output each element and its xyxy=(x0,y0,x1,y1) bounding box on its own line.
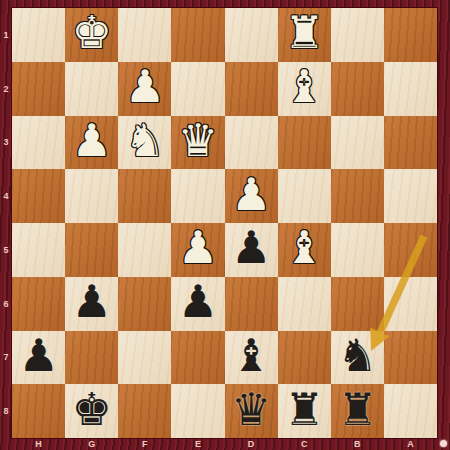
white-bishop-c5[interactable]: ♝ xyxy=(284,225,324,270)
square-h8[interactable] xyxy=(12,384,65,438)
black-rook-b8[interactable]: ♜ xyxy=(337,387,377,432)
square-a7[interactable] xyxy=(384,331,437,385)
file-label-e: E xyxy=(171,438,224,450)
square-b4[interactable] xyxy=(331,169,384,223)
square-b2[interactable] xyxy=(331,62,384,116)
white-pawn-g3[interactable]: ♟ xyxy=(72,118,112,163)
square-a1[interactable] xyxy=(384,8,437,62)
rank-label-7: 7 xyxy=(0,331,12,385)
square-c4[interactable] xyxy=(278,169,331,223)
square-d2[interactable] xyxy=(225,62,278,116)
square-a2[interactable] xyxy=(384,62,437,116)
black-pawn-g6[interactable]: ♟ xyxy=(72,279,112,324)
rank-label-6: 6 xyxy=(0,277,12,331)
file-label-g: G xyxy=(65,438,118,450)
square-h3[interactable] xyxy=(12,116,65,170)
black-queen-d8[interactable]: ♛ xyxy=(231,387,271,432)
square-a4[interactable] xyxy=(384,169,437,223)
rank-label-2: 2 xyxy=(0,62,12,116)
square-d8[interactable]: ♛ xyxy=(225,384,278,438)
square-b8[interactable]: ♜ xyxy=(331,384,384,438)
square-e3[interactable]: ♛ xyxy=(171,116,224,170)
square-c3[interactable] xyxy=(278,116,331,170)
square-d6[interactable] xyxy=(225,277,278,331)
file-label-a: A xyxy=(384,438,437,450)
square-b7[interactable]: ♞ xyxy=(331,331,384,385)
black-bishop-d7[interactable]: ♝ xyxy=(231,333,271,378)
square-g8[interactable]: ♚ xyxy=(65,384,118,438)
square-f8[interactable] xyxy=(118,384,171,438)
square-d3[interactable] xyxy=(225,116,278,170)
square-d4[interactable]: ♟ xyxy=(225,169,278,223)
square-a8[interactable] xyxy=(384,384,437,438)
white-bishop-c2[interactable]: ♝ xyxy=(284,64,324,109)
white-queen-e3[interactable]: ♛ xyxy=(178,118,218,163)
white-rook-c1[interactable]: ♜ xyxy=(284,10,324,55)
square-d5[interactable]: ♟ xyxy=(225,223,278,277)
square-e2[interactable] xyxy=(171,62,224,116)
square-f7[interactable] xyxy=(118,331,171,385)
square-c5[interactable]: ♝ xyxy=(278,223,331,277)
rank-label-5: 5 xyxy=(0,223,12,277)
rank-label-3: 3 xyxy=(0,116,12,170)
black-rook-c8[interactable]: ♜ xyxy=(284,387,324,432)
square-g5[interactable] xyxy=(65,223,118,277)
square-e1[interactable] xyxy=(171,8,224,62)
square-c8[interactable]: ♜ xyxy=(278,384,331,438)
square-b3[interactable] xyxy=(331,116,384,170)
square-g3[interactable]: ♟ xyxy=(65,116,118,170)
square-g6[interactable]: ♟ xyxy=(65,277,118,331)
square-c7[interactable] xyxy=(278,331,331,385)
black-pawn-d5[interactable]: ♟ xyxy=(231,225,271,270)
square-b6[interactable] xyxy=(331,277,384,331)
square-b5[interactable] xyxy=(331,223,384,277)
square-f4[interactable] xyxy=(118,169,171,223)
square-h2[interactable] xyxy=(12,62,65,116)
square-h6[interactable] xyxy=(12,277,65,331)
square-e5[interactable]: ♟ xyxy=(171,223,224,277)
rank-label-4: 4 xyxy=(0,169,12,223)
square-e6[interactable]: ♟ xyxy=(171,277,224,331)
square-b1[interactable] xyxy=(331,8,384,62)
square-g2[interactable] xyxy=(65,62,118,116)
file-label-h: H xyxy=(12,438,65,450)
square-h1[interactable] xyxy=(12,8,65,62)
white-pawn-d4[interactable]: ♟ xyxy=(231,172,271,217)
chess-board-frame: ♚♜♟♝♟♞♛♟♟♟♝♟♟♟♝♞♚♛♜♜ 12345678 HGFEDCBA xyxy=(0,0,450,450)
square-g4[interactable] xyxy=(65,169,118,223)
chess-board: ♚♜♟♝♟♞♛♟♟♟♝♟♟♟♝♞♚♛♜♜ xyxy=(12,8,437,438)
square-f6[interactable] xyxy=(118,277,171,331)
rank-label-1: 1 xyxy=(0,8,12,62)
black-knight-b7[interactable]: ♞ xyxy=(337,333,377,378)
black-pawn-e6[interactable]: ♟ xyxy=(178,279,218,324)
square-f2[interactable]: ♟ xyxy=(118,62,171,116)
file-label-b: B xyxy=(331,438,384,450)
square-c6[interactable] xyxy=(278,277,331,331)
white-pawn-f2[interactable]: ♟ xyxy=(125,64,165,109)
square-g7[interactable] xyxy=(65,331,118,385)
square-h4[interactable] xyxy=(12,169,65,223)
rank-label-8: 8 xyxy=(0,384,12,438)
white-knight-f3[interactable]: ♞ xyxy=(125,118,165,163)
square-e8[interactable] xyxy=(171,384,224,438)
square-h7[interactable]: ♟ xyxy=(12,331,65,385)
square-d7[interactable]: ♝ xyxy=(225,331,278,385)
square-e7[interactable] xyxy=(171,331,224,385)
white-king-g1[interactable]: ♚ xyxy=(72,10,112,55)
file-label-f: F xyxy=(118,438,171,450)
black-pawn-h7[interactable]: ♟ xyxy=(18,333,58,378)
square-e4[interactable] xyxy=(171,169,224,223)
square-h5[interactable] xyxy=(12,223,65,277)
file-label-d: D xyxy=(225,438,278,450)
white-to-move-indicator xyxy=(440,440,447,447)
square-f3[interactable]: ♞ xyxy=(118,116,171,170)
square-c1[interactable]: ♜ xyxy=(278,8,331,62)
black-king-g8[interactable]: ♚ xyxy=(72,387,112,432)
square-g1[interactable]: ♚ xyxy=(65,8,118,62)
square-a5[interactable] xyxy=(384,223,437,277)
file-label-c: C xyxy=(278,438,331,450)
square-a3[interactable] xyxy=(384,116,437,170)
square-c2[interactable]: ♝ xyxy=(278,62,331,116)
square-f5[interactable] xyxy=(118,223,171,277)
white-pawn-e5[interactable]: ♟ xyxy=(178,225,218,270)
square-f1[interactable] xyxy=(118,8,171,62)
square-a6[interactable] xyxy=(384,277,437,331)
square-d1[interactable] xyxy=(225,8,278,62)
